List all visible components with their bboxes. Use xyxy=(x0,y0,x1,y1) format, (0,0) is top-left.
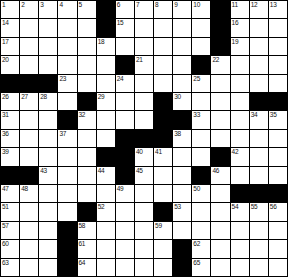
cell-r14c1[interactable]: 60 xyxy=(1,240,19,257)
block-cell-r7c10 xyxy=(173,111,191,128)
cell-r15c14[interactable] xyxy=(250,259,268,276)
cell-r2c4[interactable] xyxy=(58,19,76,36)
cell-r10c10[interactable] xyxy=(173,167,191,184)
cell-r12c4[interactable] xyxy=(58,203,76,220)
clue-number: 30 xyxy=(174,93,181,101)
cell-r14c8[interactable] xyxy=(135,240,153,257)
cell-r11c1[interactable]: 47 xyxy=(1,185,19,202)
cell-r1c10[interactable]: 9 xyxy=(173,1,191,18)
block-cell-r11c15 xyxy=(269,185,287,202)
cell-r13c10[interactable] xyxy=(173,222,191,239)
cell-r4c6[interactable] xyxy=(97,56,115,73)
block-cell-r2c12 xyxy=(211,19,229,36)
cell-r12c15[interactable]: 56 xyxy=(269,203,287,220)
cell-r13c14[interactable] xyxy=(250,222,268,239)
cell-r2c1[interactable]: 14 xyxy=(1,19,19,36)
cell-r7c5[interactable]: 32 xyxy=(78,111,96,128)
cell-r11c5[interactable] xyxy=(78,185,96,202)
clue-number: 34 xyxy=(251,111,258,119)
cell-r11c4[interactable] xyxy=(58,185,76,202)
block-cell-r4c11 xyxy=(192,56,210,73)
cell-r14c12[interactable] xyxy=(211,240,229,257)
cell-r8c4[interactable]: 37 xyxy=(58,130,76,147)
cell-r4c4[interactable] xyxy=(58,56,76,73)
clue-number: 15 xyxy=(117,19,124,27)
clue-number: 59 xyxy=(155,222,162,230)
cell-r15c5[interactable]: 64 xyxy=(78,259,96,276)
block-cell-r12c9 xyxy=(154,203,172,220)
block-cell-r14c10 xyxy=(173,240,191,257)
cell-r5c5[interactable] xyxy=(78,75,96,92)
block-cell-r6c14 xyxy=(250,93,268,110)
cell-r13c11[interactable] xyxy=(192,222,210,239)
cell-r10c9[interactable] xyxy=(154,167,172,184)
clue-number: 33 xyxy=(193,111,200,119)
cell-r13c1[interactable]: 57 xyxy=(1,222,19,239)
clue-number: 3 xyxy=(40,1,43,9)
clue-number: 32 xyxy=(79,111,86,119)
block-cell-r6c15 xyxy=(269,93,287,110)
cell-r15c2[interactable] xyxy=(20,259,38,276)
cell-r5c6[interactable] xyxy=(97,75,115,92)
block-cell-r6c5 xyxy=(78,93,96,110)
clue-number: 46 xyxy=(212,167,219,175)
cell-r8c2[interactable] xyxy=(20,130,38,147)
clue-number: 52 xyxy=(98,203,105,211)
clue-number: 29 xyxy=(98,93,105,101)
clue-number: 64 xyxy=(79,259,86,267)
cell-r6c3[interactable]: 28 xyxy=(39,93,57,110)
cell-r5c4[interactable]: 23 xyxy=(58,75,76,92)
cell-r12c8[interactable] xyxy=(135,203,153,220)
block-cell-r10c11 xyxy=(192,167,210,184)
cell-r13c12[interactable] xyxy=(211,222,229,239)
cell-r5c10[interactable] xyxy=(173,75,191,92)
cell-r7c13[interactable] xyxy=(231,111,249,128)
clue-number: 9 xyxy=(174,1,177,9)
block-cell-r2c6 xyxy=(97,19,115,36)
cell-r13c3[interactable] xyxy=(39,222,57,239)
block-cell-r9c12 xyxy=(211,148,229,165)
clue-number: 25 xyxy=(193,75,200,83)
cell-r6c4[interactable] xyxy=(58,93,76,110)
cell-r11c11[interactable]: 50 xyxy=(192,185,210,202)
cell-r15c11[interactable]: 65 xyxy=(192,259,210,276)
block-cell-r13c4 xyxy=(58,222,76,239)
clue-number: 17 xyxy=(2,38,9,46)
cell-r14c9[interactable] xyxy=(154,240,172,257)
cell-r2c15[interactable] xyxy=(269,19,287,36)
cell-r1c2[interactable]: 2 xyxy=(20,1,38,18)
cell-r13c15[interactable] xyxy=(269,222,287,239)
cell-r6c1[interactable]: 26 xyxy=(1,93,19,110)
cell-r6c8[interactable] xyxy=(135,93,153,110)
clue-number: 20 xyxy=(2,56,9,64)
block-cell-r10c2 xyxy=(20,167,38,184)
cell-r7c8[interactable] xyxy=(135,111,153,128)
cell-r3c8[interactable] xyxy=(135,38,153,55)
cell-r2c13[interactable]: 16 xyxy=(231,19,249,36)
cell-r6c7[interactable] xyxy=(116,93,134,110)
clue-number: 21 xyxy=(136,56,143,64)
cell-r12c12[interactable] xyxy=(211,203,229,220)
cell-r5c13[interactable] xyxy=(231,75,249,92)
clue-number: 36 xyxy=(2,130,9,138)
cell-r1c11[interactable]: 10 xyxy=(192,1,210,18)
cell-r7c12[interactable] xyxy=(211,111,229,128)
cell-r15c6[interactable] xyxy=(97,259,115,276)
cell-r14c14[interactable] xyxy=(250,240,268,257)
cell-r5c14[interactable] xyxy=(250,75,268,92)
clue-number: 54 xyxy=(232,203,239,211)
cell-r7c2[interactable] xyxy=(20,111,38,128)
cell-r10c13[interactable] xyxy=(231,167,249,184)
cell-r8c6[interactable] xyxy=(97,130,115,147)
cell-r7c6[interactable] xyxy=(97,111,115,128)
cell-r15c13[interactable] xyxy=(231,259,249,276)
cell-r3c11[interactable] xyxy=(192,38,210,55)
clue-number: 1 xyxy=(2,1,5,9)
cell-r1c1[interactable]: 1 xyxy=(1,1,19,18)
cell-r13c8[interactable] xyxy=(135,222,153,239)
cell-r1c8[interactable]: 7 xyxy=(135,1,153,18)
block-cell-r7c9 xyxy=(154,111,172,128)
cell-r4c3[interactable] xyxy=(39,56,57,73)
clue-number: 19 xyxy=(232,38,239,46)
clue-number: 42 xyxy=(232,148,239,156)
crossword-board: 1234567891011121314151617181920212223242… xyxy=(0,0,288,277)
cell-r9c15[interactable] xyxy=(269,148,287,165)
cell-r4c2[interactable] xyxy=(20,56,38,73)
clue-number: 8 xyxy=(155,1,158,9)
cell-r2c7[interactable]: 15 xyxy=(116,19,134,36)
cell-r7c1[interactable]: 31 xyxy=(1,111,19,128)
cell-r4c12[interactable]: 22 xyxy=(211,56,229,73)
cell-r11c10[interactable] xyxy=(173,185,191,202)
cell-r11c3[interactable] xyxy=(39,185,57,202)
cell-r15c8[interactable] xyxy=(135,259,153,276)
clue-number: 48 xyxy=(21,185,28,193)
clue-number: 40 xyxy=(136,148,143,156)
cell-r14c11[interactable]: 62 xyxy=(192,240,210,257)
cell-r2c9[interactable] xyxy=(154,19,172,36)
cell-r9c2[interactable] xyxy=(20,148,38,165)
cell-r12c14[interactable]: 55 xyxy=(250,203,268,220)
cell-r4c5[interactable] xyxy=(78,56,96,73)
cell-r4c15[interactable] xyxy=(269,56,287,73)
cell-r12c11[interactable] xyxy=(192,203,210,220)
cell-r1c7[interactable]: 6 xyxy=(116,1,134,18)
clue-number: 10 xyxy=(193,1,200,9)
cell-r1c9[interactable]: 8 xyxy=(154,1,172,18)
cell-r12c1[interactable]: 51 xyxy=(1,203,19,220)
cell-r3c6[interactable]: 18 xyxy=(97,38,115,55)
clue-number: 41 xyxy=(155,148,162,156)
cell-r15c3[interactable] xyxy=(39,259,57,276)
cell-r2c14[interactable] xyxy=(250,19,268,36)
cell-r6c6[interactable]: 29 xyxy=(97,93,115,110)
clue-number: 60 xyxy=(2,240,9,248)
clue-number: 47 xyxy=(2,185,9,193)
clue-number: 62 xyxy=(193,240,200,248)
clue-number: 58 xyxy=(79,222,86,230)
cell-r9c5[interactable] xyxy=(78,148,96,165)
clue-number: 4 xyxy=(59,1,62,9)
cell-r4c9[interactable] xyxy=(154,56,172,73)
clue-number: 6 xyxy=(117,1,120,9)
cell-r3c2[interactable] xyxy=(20,38,38,55)
cell-r5c12[interactable] xyxy=(211,75,229,92)
clue-number: 22 xyxy=(212,56,219,64)
block-cell-r10c7 xyxy=(116,167,134,184)
cell-r13c2[interactable] xyxy=(20,222,38,239)
block-cell-r1c6 xyxy=(97,1,115,18)
block-cell-r7c4 xyxy=(58,111,76,128)
clue-number: 50 xyxy=(193,185,200,193)
clue-number: 37 xyxy=(59,130,66,138)
cell-r13c5[interactable]: 58 xyxy=(78,222,96,239)
cell-r3c14[interactable] xyxy=(250,38,268,55)
cell-r9c13[interactable]: 42 xyxy=(231,148,249,165)
cell-r5c9[interactable] xyxy=(154,75,172,92)
cell-r2c3[interactable] xyxy=(39,19,57,36)
block-cell-r8c7 xyxy=(116,130,134,147)
cell-r1c13[interactable]: 11 xyxy=(231,1,249,18)
clue-number: 55 xyxy=(251,203,258,211)
block-cell-r11c14 xyxy=(250,185,268,202)
cell-r14c6[interactable] xyxy=(97,240,115,257)
clue-number: 51 xyxy=(2,203,9,211)
cell-r11c8[interactable] xyxy=(135,185,153,202)
cell-r14c7[interactable] xyxy=(116,240,134,257)
cell-r4c8[interactable]: 21 xyxy=(135,56,153,73)
cell-r8c14[interactable] xyxy=(250,130,268,147)
clue-number: 26 xyxy=(2,93,9,101)
cell-r5c15[interactable] xyxy=(269,75,287,92)
cell-r8c12[interactable] xyxy=(211,130,229,147)
cell-r3c5[interactable] xyxy=(78,38,96,55)
cell-r5c11[interactable]: 25 xyxy=(192,75,210,92)
clue-number: 39 xyxy=(2,148,9,156)
cell-r10c8[interactable]: 45 xyxy=(135,167,153,184)
cell-r6c12[interactable] xyxy=(211,93,229,110)
clue-number: 49 xyxy=(117,185,124,193)
cell-r13c7[interactable] xyxy=(116,222,134,239)
cell-r3c1[interactable]: 17 xyxy=(1,38,19,55)
cell-r4c14[interactable] xyxy=(250,56,268,73)
cell-r12c13[interactable]: 54 xyxy=(231,203,249,220)
cell-r12c7[interactable] xyxy=(116,203,134,220)
cell-r3c15[interactable] xyxy=(269,38,287,55)
cell-r14c13[interactable] xyxy=(231,240,249,257)
clue-number: 63 xyxy=(2,259,9,267)
block-cell-r11c13 xyxy=(231,185,249,202)
cell-r11c2[interactable]: 48 xyxy=(20,185,38,202)
block-cell-r15c4 xyxy=(58,259,76,276)
cell-r11c6[interactable] xyxy=(97,185,115,202)
cell-r9c1[interactable]: 39 xyxy=(1,148,19,165)
cell-r3c13[interactable]: 19 xyxy=(231,38,249,55)
cell-r15c7[interactable] xyxy=(116,259,134,276)
cell-r13c9[interactable]: 59 xyxy=(154,222,172,239)
cell-r11c12[interactable] xyxy=(211,185,229,202)
cell-r4c13[interactable] xyxy=(231,56,249,73)
block-cell-r3c12 xyxy=(211,38,229,55)
block-cell-r5c2 xyxy=(20,75,38,92)
clue-number: 23 xyxy=(59,75,66,83)
cell-r3c10[interactable] xyxy=(173,38,191,55)
cell-r11c9[interactable] xyxy=(154,185,172,202)
cell-r8c10[interactable]: 38 xyxy=(173,130,191,147)
cell-r3c9[interactable] xyxy=(154,38,172,55)
cell-r13c6[interactable] xyxy=(97,222,115,239)
cell-r6c13[interactable] xyxy=(231,93,249,110)
cell-r7c14[interactable]: 34 xyxy=(250,111,268,128)
cell-r9c3[interactable] xyxy=(39,148,57,165)
clue-number: 16 xyxy=(232,19,239,27)
cell-r10c12[interactable]: 46 xyxy=(211,167,229,184)
cell-r1c15[interactable]: 13 xyxy=(269,1,287,18)
clue-number: 24 xyxy=(117,75,124,83)
cell-r15c1[interactable]: 63 xyxy=(1,259,19,276)
cell-r9c11[interactable] xyxy=(192,148,210,165)
cell-r7c11[interactable]: 33 xyxy=(192,111,210,128)
cell-r8c5[interactable] xyxy=(78,130,96,147)
block-cell-r14c4 xyxy=(58,240,76,257)
cell-r6c11[interactable] xyxy=(192,93,210,110)
clue-number: 38 xyxy=(174,130,181,138)
clue-number: 35 xyxy=(270,111,277,119)
block-cell-r8c8 xyxy=(135,130,153,147)
block-cell-r5c3 xyxy=(39,75,57,92)
cell-r3c4[interactable] xyxy=(58,38,76,55)
cell-r10c14[interactable] xyxy=(250,167,268,184)
block-cell-r15c10 xyxy=(173,259,191,276)
block-cell-r10c1 xyxy=(1,167,19,184)
cell-r9c9[interactable]: 41 xyxy=(154,148,172,165)
block-cell-r5c1 xyxy=(1,75,19,92)
cell-r6c10[interactable]: 30 xyxy=(173,93,191,110)
cell-r7c15[interactable]: 35 xyxy=(269,111,287,128)
cell-r7c3[interactable] xyxy=(39,111,57,128)
cell-r8c3[interactable] xyxy=(39,130,57,147)
cell-r14c3[interactable] xyxy=(39,240,57,257)
cell-r15c15[interactable] xyxy=(269,259,287,276)
cell-r6c2[interactable]: 27 xyxy=(20,93,38,110)
clue-number: 57 xyxy=(2,222,9,230)
cell-r10c15[interactable] xyxy=(269,167,287,184)
cell-r4c1[interactable]: 20 xyxy=(1,56,19,73)
cell-r12c6[interactable]: 52 xyxy=(97,203,115,220)
cell-r14c2[interactable] xyxy=(20,240,38,257)
cell-r3c3[interactable] xyxy=(39,38,57,55)
clue-number: 2 xyxy=(21,1,24,9)
block-cell-r9c7 xyxy=(116,148,134,165)
cell-r2c5[interactable] xyxy=(78,19,96,36)
cell-r12c10[interactable]: 53 xyxy=(173,203,191,220)
cell-r10c4[interactable] xyxy=(58,167,76,184)
clue-number: 5 xyxy=(79,1,82,9)
cell-r14c5[interactable]: 61 xyxy=(78,240,96,257)
cell-r2c11[interactable] xyxy=(192,19,210,36)
block-cell-r6c9 xyxy=(154,93,172,110)
cell-r5c8[interactable] xyxy=(135,75,153,92)
clue-number: 31 xyxy=(2,111,9,119)
clue-number: 12 xyxy=(251,1,258,9)
cell-r1c3[interactable]: 3 xyxy=(39,1,57,18)
clue-number: 11 xyxy=(232,1,238,9)
cell-r8c1[interactable]: 36 xyxy=(1,130,19,147)
clue-number: 18 xyxy=(98,38,105,46)
cell-r4c10[interactable] xyxy=(173,56,191,73)
cell-r12c3[interactable] xyxy=(39,203,57,220)
cell-r10c5[interactable] xyxy=(78,167,96,184)
clue-number: 65 xyxy=(193,259,200,267)
cell-r12c2[interactable] xyxy=(20,203,38,220)
cell-r10c6[interactable]: 44 xyxy=(97,167,115,184)
clue-number: 28 xyxy=(40,93,47,101)
clue-number: 14 xyxy=(2,19,9,27)
cell-r11c7[interactable]: 49 xyxy=(116,185,134,202)
block-cell-r1c12 xyxy=(211,1,229,18)
cell-r15c9[interactable] xyxy=(154,259,172,276)
block-cell-r12c5 xyxy=(78,203,96,220)
cell-r14c15[interactable] xyxy=(269,240,287,257)
block-cell-r4c7 xyxy=(116,56,134,73)
cell-r3c7[interactable] xyxy=(116,38,134,55)
cell-r9c10[interactable] xyxy=(173,148,191,165)
cell-r15c12[interactable] xyxy=(211,259,229,276)
cell-r9c14[interactable] xyxy=(250,148,268,165)
cell-r9c8[interactable]: 40 xyxy=(135,148,153,165)
cell-r2c8[interactable] xyxy=(135,19,153,36)
clue-number: 27 xyxy=(21,93,28,101)
clue-number: 7 xyxy=(136,1,139,9)
cell-r9c4[interactable] xyxy=(58,148,76,165)
cell-r1c4[interactable]: 4 xyxy=(58,1,76,18)
clue-number: 44 xyxy=(98,167,105,175)
block-cell-r9c6 xyxy=(97,148,115,165)
cell-r1c14[interactable]: 12 xyxy=(250,1,268,18)
block-cell-r8c9 xyxy=(154,130,172,147)
cell-r13c13[interactable] xyxy=(231,222,249,239)
clue-number: 43 xyxy=(40,167,47,175)
clue-number: 61 xyxy=(79,240,86,248)
cell-r2c2[interactable] xyxy=(20,19,38,36)
clue-number: 13 xyxy=(270,1,277,9)
cell-r2c10[interactable] xyxy=(173,19,191,36)
clue-number: 53 xyxy=(174,203,181,211)
cell-r10c3[interactable]: 43 xyxy=(39,167,57,184)
cell-r8c11[interactable] xyxy=(192,130,210,147)
cell-r8c13[interactable] xyxy=(231,130,249,147)
cell-r8c15[interactable] xyxy=(269,130,287,147)
clue-number: 45 xyxy=(136,167,143,175)
cell-r7c7[interactable] xyxy=(116,111,134,128)
clue-number: 56 xyxy=(270,203,277,211)
cell-r1c5[interactable]: 5 xyxy=(78,1,96,18)
cell-r5c7[interactable]: 24 xyxy=(116,75,134,92)
